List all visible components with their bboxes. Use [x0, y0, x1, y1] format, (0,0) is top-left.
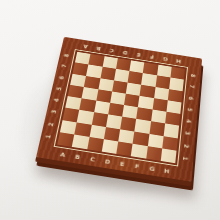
coordinate-label: C — [110, 48, 115, 53]
chess-board: ABCDEFGH ABCDEFGH 87654321 87654321 — [36, 37, 202, 182]
square-h1 — [160, 148, 176, 163]
coordinate-label: 3 — [51, 110, 58, 114]
coordinate-label: C — [90, 156, 96, 162]
coordinate-label: 1 — [45, 134, 52, 139]
coordinate-label: F — [135, 163, 140, 169]
coordinate-label: 8 — [190, 74, 196, 78]
coordinate-label: F — [150, 54, 154, 59]
coordinate-label: 7 — [189, 85, 195, 89]
coordinate-label: 1 — [182, 156, 189, 161]
coordinate-label: G — [163, 56, 168, 61]
square-g1 — [146, 146, 162, 161]
coordinate-label: A — [60, 151, 66, 157]
coordinate-label: 6 — [188, 96, 194, 100]
coordinate-label: 4 — [186, 119, 192, 123]
coordinate-label: E — [120, 161, 125, 167]
coordinate-label: B — [75, 154, 81, 160]
board-field — [57, 52, 185, 163]
coordinate-label: H — [164, 168, 170, 174]
coordinate-label: 2 — [184, 143, 190, 148]
coordinate-label: 2 — [48, 122, 55, 127]
coordinate-label: 8 — [64, 54, 70, 58]
coordinate-label: D — [123, 50, 128, 55]
coordinate-label: A — [83, 43, 88, 48]
board-frame: ABCDEFGH ABCDEFGH 87654321 87654321 — [36, 37, 202, 182]
coordinate-label: B — [96, 45, 101, 50]
coordinate-label: E — [137, 52, 142, 57]
product-photo-scene: ABCDEFGH ABCDEFGH 87654321 87654321 — [0, 0, 220, 220]
coordinate-label: 7 — [61, 64, 67, 68]
coordinate-label: 5 — [56, 87, 63, 91]
coordinate-label: 3 — [185, 131, 191, 136]
coordinate-label: 6 — [59, 75, 66, 79]
coordinate-label: G — [149, 165, 155, 171]
coordinate-label: D — [104, 158, 110, 164]
coordinate-label: H — [176, 58, 181, 63]
coordinate-label: 4 — [54, 98, 61, 102]
coordinate-label: 5 — [187, 107, 193, 111]
